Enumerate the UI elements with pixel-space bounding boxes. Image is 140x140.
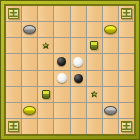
board-cell-r1c8[interactable]: 王 (119, 6, 134, 21)
board-cell-r1c4[interactable] (54, 6, 69, 21)
rosette-piece[interactable] (91, 91, 98, 98)
board-cell-r3c5[interactable] (71, 38, 86, 53)
board-cell-r4c5[interactable] (71, 54, 86, 69)
board-cell-r2c8[interactable] (119, 22, 134, 37)
board-cell-r4c3[interactable] (38, 54, 53, 69)
board-cell-r4c8[interactable] (119, 54, 134, 69)
corner-king-tile-piece[interactable]: 王 (8, 121, 19, 132)
board-cell-r5c7[interactable] (103, 71, 118, 86)
board-cell-r6c6[interactable] (87, 87, 102, 102)
board-cell-r6c2[interactable] (22, 87, 37, 102)
board-cell-r2c1[interactable] (6, 22, 21, 37)
pot-piece[interactable] (90, 41, 98, 50)
board-cell-r4c6[interactable] (87, 54, 102, 69)
board-cell-r3c8[interactable] (119, 38, 134, 53)
board-cell-r3c2[interactable] (22, 38, 37, 53)
board-cell-r6c1[interactable] (6, 87, 21, 102)
board-cell-r3c6[interactable] (87, 38, 102, 53)
board-cell-r8c8[interactable]: 王 (119, 119, 134, 134)
board-cell-r5c2[interactable] (22, 71, 37, 86)
corner-king-tile-piece[interactable]: 王 (121, 121, 132, 132)
black-stone-piece[interactable] (74, 74, 83, 83)
board-cell-r4c2[interactable] (22, 54, 37, 69)
board-cell-r4c4[interactable] (54, 54, 69, 69)
board-cell-r1c7[interactable] (103, 6, 118, 21)
pot-piece[interactable] (42, 90, 50, 99)
board-cell-r2c6[interactable] (87, 22, 102, 37)
gray-coin-piece[interactable] (23, 25, 36, 34)
board-cell-r8c7[interactable] (103, 119, 118, 134)
board-cell-r5c6[interactable] (87, 71, 102, 86)
white-stone-piece[interactable] (57, 73, 67, 83)
board-cell-r5c5[interactable] (71, 71, 86, 86)
board-cell-r5c4[interactable] (54, 71, 69, 86)
yellow-coin-piece[interactable] (23, 106, 36, 115)
board-cell-r7c6[interactable] (87, 103, 102, 118)
board-cell-r1c6[interactable] (87, 6, 102, 21)
board-cell-r4c1[interactable] (6, 54, 21, 69)
board-cell-r7c3[interactable] (38, 103, 53, 118)
board-cell-r2c7[interactable] (103, 22, 118, 37)
board-cell-r8c6[interactable] (87, 119, 102, 134)
board-cell-r1c2[interactable] (22, 6, 37, 21)
board-cell-r7c2[interactable] (22, 103, 37, 118)
board-cell-r5c3[interactable] (38, 71, 53, 86)
board-cell-r7c5[interactable] (71, 103, 86, 118)
corner-king-tile-piece[interactable]: 王 (8, 8, 19, 19)
board-cell-r7c4[interactable] (54, 103, 69, 118)
board-cell-r8c4[interactable] (54, 119, 69, 134)
board-cell-r1c3[interactable] (38, 6, 53, 21)
board-cell-r7c8[interactable] (119, 103, 134, 118)
board-cell-r1c5[interactable] (71, 6, 86, 21)
board-cell-r3c3[interactable] (38, 38, 53, 53)
corner-king-tile-piece[interactable]: 王 (121, 8, 132, 19)
board-cell-r2c5[interactable] (71, 22, 86, 37)
board-cell-r6c4[interactable] (54, 87, 69, 102)
board-cell-r8c1[interactable]: 王 (6, 119, 21, 134)
board-cell-r4c7[interactable] (103, 54, 118, 69)
board-cell-r5c8[interactable] (119, 71, 134, 86)
board-cell-r7c1[interactable] (6, 103, 21, 118)
board-cell-r6c7[interactable] (103, 87, 118, 102)
board-cell-r3c1[interactable] (6, 38, 21, 53)
rosette-piece[interactable] (42, 42, 49, 49)
board-cell-r8c2[interactable] (22, 119, 37, 134)
board-cell-r6c5[interactable] (71, 87, 86, 102)
board-cell-r2c2[interactable] (22, 22, 37, 37)
white-stone-piece[interactable] (73, 57, 83, 67)
black-stone-piece[interactable] (57, 57, 66, 66)
board-cell-r3c4[interactable] (54, 38, 69, 53)
game-board: 王王王王 (5, 5, 135, 135)
board-cell-r2c3[interactable] (38, 22, 53, 37)
board-cell-r8c3[interactable] (38, 119, 53, 134)
board-cell-r2c4[interactable] (54, 22, 69, 37)
gray-coin-piece[interactable] (104, 106, 117, 115)
board-cell-r1c1[interactable]: 王 (6, 6, 21, 21)
board-cell-r5c1[interactable] (6, 71, 21, 86)
board-cell-r6c3[interactable] (38, 87, 53, 102)
board-cell-r8c5[interactable] (71, 119, 86, 134)
board-cell-r7c7[interactable] (103, 103, 118, 118)
yellow-coin-piece[interactable] (104, 25, 117, 34)
board-cell-r3c7[interactable] (103, 38, 118, 53)
board-cell-r6c8[interactable] (119, 87, 134, 102)
game-window: 王王王王 (0, 0, 140, 140)
